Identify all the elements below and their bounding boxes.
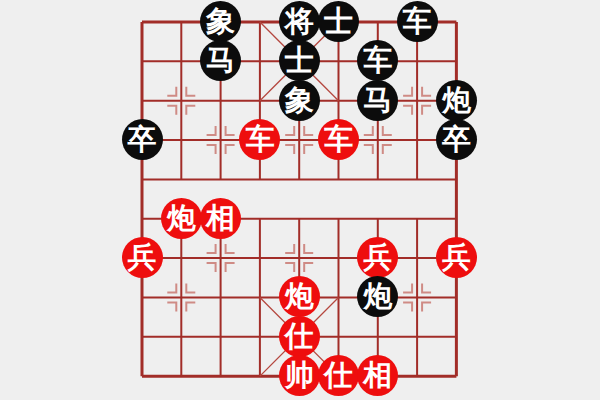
piece-black-elephant[interactable]: 象	[279, 80, 320, 121]
piece-black-horse[interactable]: 马	[200, 40, 241, 81]
piece-black-general[interactable]: 将	[279, 1, 320, 42]
piece-red-elephant[interactable]: 相	[357, 355, 398, 396]
piece-red-advisor[interactable]: 仕	[318, 355, 359, 396]
piece-red-cannon[interactable]: 炮	[161, 198, 202, 239]
pieces-layer: 象将士车马士车象马炮卒车车卒炮相兵兵兵炮炮仕帅仕相	[122, 2, 476, 395]
piece-red-soldier[interactable]: 兵	[436, 237, 477, 278]
piece-red-general[interactable]: 帅	[279, 355, 320, 396]
piece-black-cannon[interactable]: 炮	[357, 276, 398, 317]
piece-red-soldier[interactable]: 兵	[357, 237, 398, 278]
piece-red-cannon[interactable]: 炮	[279, 276, 320, 317]
piece-red-elephant[interactable]: 相	[200, 198, 241, 239]
piece-black-advisor[interactable]: 士	[318, 1, 359, 42]
piece-black-advisor[interactable]: 士	[279, 40, 320, 81]
piece-red-chariot[interactable]: 车	[318, 119, 359, 160]
piece-red-advisor[interactable]: 仕	[279, 316, 320, 357]
piece-black-chariot[interactable]: 车	[357, 40, 398, 81]
piece-red-soldier[interactable]: 兵	[122, 237, 163, 278]
xiangqi-app: 象将士车马士车象马炮卒车车卒炮相兵兵兵炮炮仕帅仕相	[0, 0, 600, 400]
piece-black-cannon[interactable]: 炮	[436, 80, 477, 121]
piece-red-chariot[interactable]: 车	[239, 119, 280, 160]
piece-black-elephant[interactable]: 象	[200, 1, 241, 42]
piece-black-soldier[interactable]: 卒	[122, 119, 163, 160]
piece-black-chariot[interactable]: 车	[397, 1, 438, 42]
piece-black-horse[interactable]: 马	[357, 80, 398, 121]
piece-black-soldier[interactable]: 卒	[436, 119, 477, 160]
